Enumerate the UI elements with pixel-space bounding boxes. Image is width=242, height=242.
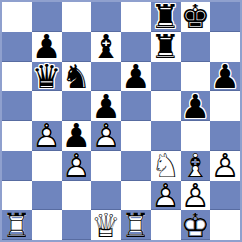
square-a1[interactable]: ♜♖ bbox=[2, 210, 32, 240]
square-a7[interactable] bbox=[2, 32, 32, 62]
square-g5[interactable]: ♟ bbox=[181, 91, 211, 121]
square-b1[interactable] bbox=[32, 210, 62, 240]
square-h8[interactable] bbox=[210, 2, 240, 32]
square-d3[interactable] bbox=[91, 151, 121, 181]
black-pawn[interactable]: ♟ bbox=[210, 62, 240, 92]
square-a4[interactable] bbox=[2, 121, 32, 151]
square-d1[interactable]: ♛♕ bbox=[91, 210, 121, 240]
black-king-glyph: ♚ bbox=[181, 2, 211, 32]
black-pawn-glyph: ♟ bbox=[181, 91, 211, 121]
black-pawn[interactable]: ♟ bbox=[121, 62, 151, 92]
square-g8[interactable]: ♚ bbox=[181, 2, 211, 32]
square-e3[interactable] bbox=[121, 151, 151, 181]
square-a6[interactable] bbox=[2, 62, 32, 92]
square-b6[interactable]: ♛ bbox=[32, 62, 62, 92]
square-h5[interactable] bbox=[210, 91, 240, 121]
square-e8[interactable] bbox=[121, 2, 151, 32]
square-a8[interactable] bbox=[2, 2, 32, 32]
square-h3[interactable]: ♟♙ bbox=[210, 151, 240, 181]
square-h2[interactable] bbox=[210, 181, 240, 211]
square-b2[interactable] bbox=[32, 181, 62, 211]
white-pawn-outline: ♙ bbox=[32, 121, 62, 151]
white-king-outline: ♔ bbox=[181, 210, 211, 240]
black-pawn-glyph: ♟ bbox=[121, 62, 151, 92]
square-d4[interactable]: ♟♙ bbox=[91, 121, 121, 151]
white-rook-outline: ♖ bbox=[2, 210, 32, 240]
square-e4[interactable] bbox=[121, 121, 151, 151]
chess-board: ♜♚♟♝♜♛♞♟♟♟♟♟♙♟♟♙♟♙♞♘♝♗♟♙♟♙♟♙♜♖♛♕♜♖♚♔ bbox=[0, 0, 242, 242]
square-a5[interactable] bbox=[2, 91, 32, 121]
white-rook[interactable]: ♜♖ bbox=[121, 210, 151, 240]
square-h6[interactable]: ♟ bbox=[210, 62, 240, 92]
square-f5[interactable] bbox=[151, 91, 181, 121]
white-pawn-outline: ♙ bbox=[210, 151, 240, 181]
white-pawn[interactable]: ♟♙ bbox=[91, 121, 121, 151]
black-king[interactable]: ♚ bbox=[181, 2, 211, 32]
square-f7[interactable]: ♜ bbox=[151, 32, 181, 62]
white-rook[interactable]: ♜♖ bbox=[2, 210, 32, 240]
square-f1[interactable] bbox=[151, 210, 181, 240]
square-b3[interactable] bbox=[32, 151, 62, 181]
black-knight-glyph: ♞ bbox=[62, 62, 92, 92]
white-pawn[interactable]: ♟♙ bbox=[32, 121, 62, 151]
square-c2[interactable] bbox=[62, 181, 92, 211]
white-queen-outline: ♕ bbox=[91, 210, 121, 240]
square-e6[interactable]: ♟ bbox=[121, 62, 151, 92]
square-e1[interactable]: ♜♖ bbox=[121, 210, 151, 240]
square-c1[interactable] bbox=[62, 210, 92, 240]
square-e5[interactable] bbox=[121, 91, 151, 121]
square-a3[interactable] bbox=[2, 151, 32, 181]
black-knight[interactable]: ♞ bbox=[62, 62, 92, 92]
white-pawn[interactable]: ♟♙ bbox=[151, 181, 181, 211]
white-pawn[interactable]: ♟♙ bbox=[62, 151, 92, 181]
square-c3[interactable]: ♟♙ bbox=[62, 151, 92, 181]
black-rook[interactable]: ♜ bbox=[151, 32, 181, 62]
black-queen-glyph: ♛ bbox=[32, 62, 62, 92]
square-f6[interactable] bbox=[151, 62, 181, 92]
square-h1[interactable] bbox=[210, 210, 240, 240]
white-pawn-outline: ♙ bbox=[62, 151, 92, 181]
black-pawn-glyph: ♟ bbox=[210, 62, 240, 92]
white-pawn-outline: ♙ bbox=[91, 121, 121, 151]
white-pawn-outline: ♙ bbox=[151, 181, 181, 211]
white-queen[interactable]: ♛♕ bbox=[91, 210, 121, 240]
black-bishop-glyph: ♝ bbox=[91, 32, 121, 62]
white-king[interactable]: ♚♔ bbox=[181, 210, 211, 240]
black-queen[interactable]: ♛ bbox=[32, 62, 62, 92]
square-c8[interactable] bbox=[62, 2, 92, 32]
white-rook-outline: ♖ bbox=[121, 210, 151, 240]
square-d7[interactable]: ♝ bbox=[91, 32, 121, 62]
square-f2[interactable]: ♟♙ bbox=[151, 181, 181, 211]
black-pawn[interactable]: ♟ bbox=[181, 91, 211, 121]
square-b4[interactable]: ♟♙ bbox=[32, 121, 62, 151]
square-c6[interactable]: ♞ bbox=[62, 62, 92, 92]
black-bishop[interactable]: ♝ bbox=[91, 32, 121, 62]
square-g7[interactable] bbox=[181, 32, 211, 62]
black-rook-glyph: ♜ bbox=[151, 32, 181, 62]
white-pawn[interactable]: ♟♙ bbox=[210, 151, 240, 181]
square-g1[interactable]: ♚♔ bbox=[181, 210, 211, 240]
